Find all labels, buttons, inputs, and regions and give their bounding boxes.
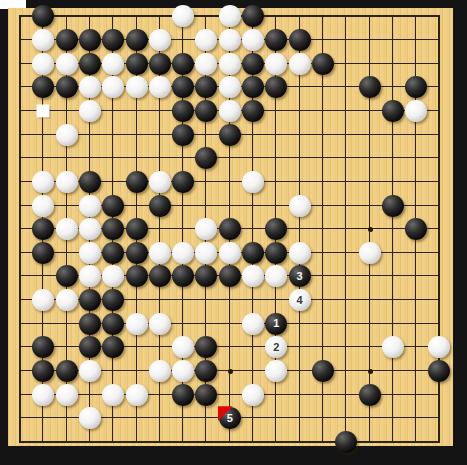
white-stone[interactable] [289,242,311,264]
black-stone[interactable] [102,29,124,51]
black-stone[interactable] [172,100,194,122]
black-stone[interactable] [335,431,357,453]
white-stone[interactable] [149,360,171,382]
black-stone[interactable] [219,124,241,146]
star-point [228,369,233,374]
black-stone[interactable] [79,171,101,193]
grid-line-vertical [392,15,393,443]
white-stone[interactable] [195,218,217,240]
white-stone[interactable] [102,265,124,287]
black-stone[interactable] [102,336,124,358]
white-stone[interactable] [32,53,54,75]
black-stone[interactable] [32,5,54,27]
black-stone[interactable] [405,218,427,240]
black-stone[interactable] [79,336,101,358]
black-stone[interactable] [126,53,148,75]
grid-line-horizontal [19,441,440,443]
white-stone[interactable] [265,265,287,287]
grid-line-vertical [19,15,21,443]
white-stone[interactable]: 4 [289,289,311,311]
black-stone[interactable] [149,53,171,75]
move-number-label: 4 [297,295,303,306]
black-stone[interactable] [219,218,241,240]
black-stone[interactable] [32,242,54,264]
grid-line-vertical [299,15,300,443]
white-stone[interactable] [149,76,171,98]
black-stone[interactable] [265,218,287,240]
black-stone[interactable] [172,76,194,98]
black-stone[interactable] [195,265,217,287]
black-stone[interactable] [79,289,101,311]
black-stone[interactable] [265,29,287,51]
white-stone[interactable] [172,360,194,382]
black-stone[interactable] [32,218,54,240]
white-stone[interactable] [219,100,241,122]
white-stone[interactable] [149,171,171,193]
white-stone[interactable] [79,100,101,122]
black-stone[interactable] [32,336,54,358]
white-stone[interactable] [265,360,287,382]
white-stone[interactable] [219,76,241,98]
black-stone[interactable] [126,242,148,264]
white-stone[interactable] [405,100,427,122]
black-stone[interactable] [382,195,404,217]
white-stone[interactable] [79,76,101,98]
black-stone[interactable] [102,242,124,264]
white-stone[interactable] [172,242,194,264]
black-stone[interactable]: 1 [265,313,287,335]
white-stone[interactable] [79,218,101,240]
black-stone[interactable] [32,360,54,382]
white-stone[interactable] [79,407,101,429]
go-board[interactable]: 34125 [8,8,453,446]
white-stone[interactable] [149,29,171,51]
white-stone[interactable] [382,336,404,358]
black-stone[interactable] [102,218,124,240]
black-stone[interactable] [172,384,194,406]
white-stone[interactable] [265,53,287,75]
white-stone[interactable] [56,289,78,311]
black-stone[interactable]: 3 [289,265,311,287]
black-stone[interactable] [126,265,148,287]
white-stone[interactable] [149,313,171,335]
black-stone[interactable] [56,265,78,287]
white-stone[interactable] [32,29,54,51]
white-stone[interactable] [172,336,194,358]
white-stone[interactable] [359,242,381,264]
black-stone[interactable] [242,53,264,75]
black-stone[interactable] [359,76,381,98]
grid-line-vertical [345,15,346,443]
black-stone[interactable] [312,360,334,382]
black-stone[interactable] [126,218,148,240]
go-app-window: 34125 [0,0,467,465]
black-stone[interactable] [195,336,217,358]
white-stone[interactable] [242,171,264,193]
white-stone[interactable] [195,242,217,264]
white-stone[interactable] [149,242,171,264]
black-stone[interactable] [265,242,287,264]
black-stone[interactable] [265,76,287,98]
white-stone[interactable] [56,384,78,406]
white-stone[interactable] [79,242,101,264]
move-number-label: 1 [273,318,279,329]
black-stone[interactable] [172,53,194,75]
white-stone[interactable] [56,171,78,193]
white-stone[interactable] [102,76,124,98]
black-stone[interactable] [32,76,54,98]
star-point [368,227,373,232]
black-stone[interactable] [79,313,101,335]
white-stone[interactable] [32,171,54,193]
black-stone[interactable] [149,195,171,217]
black-stone[interactable] [79,29,101,51]
black-stone[interactable] [102,195,124,217]
black-stone[interactable] [102,313,124,335]
white-stone[interactable] [242,29,264,51]
move-number-label: 2 [273,342,279,353]
black-stone[interactable] [242,242,264,264]
move-number-label: 3 [297,271,303,282]
white-stone[interactable] [219,242,241,264]
black-stone[interactable] [195,76,217,98]
white-stone[interactable] [79,265,101,287]
white-square-marker [37,104,50,117]
move-number-label: 5 [227,413,233,424]
black-stone[interactable] [195,384,217,406]
black-stone[interactable] [405,76,427,98]
white-stone[interactable] [242,313,264,335]
white-stone[interactable] [56,124,78,146]
black-stone[interactable] [242,100,264,122]
white-stone[interactable] [79,360,101,382]
white-stone[interactable] [289,195,311,217]
black-stone[interactable] [56,29,78,51]
white-stone[interactable] [102,53,124,75]
white-stone[interactable] [56,53,78,75]
white-stone[interactable] [172,5,194,27]
black-stone[interactable] [428,360,450,382]
star-point [368,369,373,374]
white-stone[interactable] [195,29,217,51]
white-stone[interactable] [428,336,450,358]
black-stone[interactable] [289,29,311,51]
white-stone[interactable] [126,384,148,406]
black-stone[interactable] [172,171,194,193]
black-stone[interactable] [56,76,78,98]
black-stone[interactable] [312,53,334,75]
black-stone[interactable] [195,360,217,382]
white-stone[interactable] [219,5,241,27]
grid-line-horizontal [19,157,440,158]
black-stone[interactable] [172,124,194,146]
black-stone[interactable] [242,76,264,98]
white-stone[interactable] [56,218,78,240]
white-stone[interactable] [219,53,241,75]
black-stone[interactable] [195,147,217,169]
black-stone[interactable] [219,265,241,287]
white-stone[interactable] [195,53,217,75]
black-stone[interactable] [172,265,194,287]
white-stone[interactable] [32,195,54,217]
white-stone[interactable] [79,195,101,217]
white-stone[interactable] [126,76,148,98]
white-stone[interactable] [102,384,124,406]
white-stone[interactable] [126,313,148,335]
black-stone[interactable] [242,5,264,27]
black-stone[interactable] [79,53,101,75]
black-stone[interactable] [56,360,78,382]
black-stone[interactable] [359,384,381,406]
white-stone[interactable] [32,289,54,311]
white-stone[interactable] [289,53,311,75]
white-stone[interactable] [242,384,264,406]
white-stone[interactable]: 2 [265,336,287,358]
black-stone[interactable] [102,289,124,311]
black-stone[interactable] [126,171,148,193]
white-stone[interactable] [242,265,264,287]
black-stone[interactable] [195,100,217,122]
white-stone[interactable] [219,29,241,51]
black-stone[interactable] [382,100,404,122]
black-stone[interactable] [126,29,148,51]
white-stone[interactable] [32,384,54,406]
black-stone[interactable] [149,265,171,287]
